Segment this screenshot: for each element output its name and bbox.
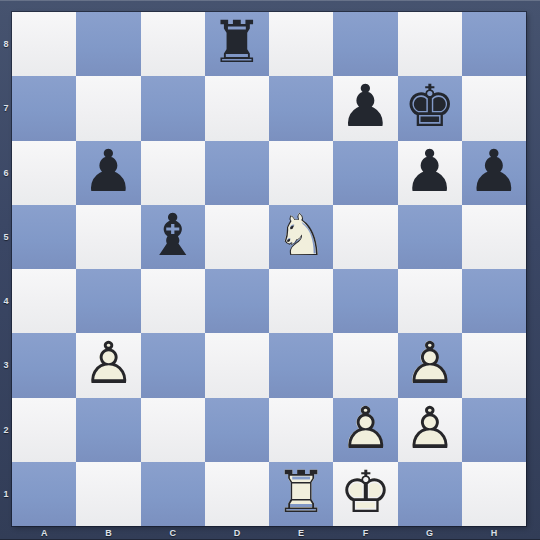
file-label: E bbox=[269, 526, 333, 540]
rank-label: 8 bbox=[0, 12, 12, 76]
square-e1[interactable]: ♜♖ bbox=[269, 462, 333, 526]
square-b4[interactable] bbox=[76, 269, 140, 333]
white-pawn-outline: ♙ bbox=[333, 396, 397, 460]
square-b1[interactable] bbox=[76, 462, 140, 526]
black-pawn[interactable]: ♟ bbox=[76, 141, 140, 205]
square-a1[interactable] bbox=[12, 462, 76, 526]
square-e4[interactable] bbox=[269, 269, 333, 333]
black-pawn-glyph: ♟ bbox=[333, 74, 397, 138]
square-a3[interactable] bbox=[12, 333, 76, 397]
square-e5[interactable]: ♞♘ bbox=[269, 205, 333, 269]
file-label: A bbox=[12, 526, 76, 540]
file-labels: A B C D E F G H bbox=[12, 526, 526, 540]
board-frame: 8 7 6 5 4 3 2 1 ♜♟♚♟♟♟♝♞♘♟♙♟♙♟♙♟♙♜♖♚♔ A … bbox=[0, 0, 540, 540]
square-f3[interactable] bbox=[333, 333, 397, 397]
white-knight[interactable]: ♞♘ bbox=[269, 205, 333, 269]
rank-label: 7 bbox=[0, 76, 12, 140]
rank-label: 3 bbox=[0, 333, 12, 397]
black-king[interactable]: ♚ bbox=[398, 76, 462, 140]
white-pawn-glyph: ♟ bbox=[76, 331, 140, 395]
square-a4[interactable] bbox=[12, 269, 76, 333]
square-a2[interactable] bbox=[12, 398, 76, 462]
square-h8[interactable] bbox=[462, 12, 526, 76]
black-king-glyph: ♚ bbox=[398, 74, 462, 138]
white-rook-outline: ♖ bbox=[269, 460, 333, 524]
black-pawn-glyph: ♟ bbox=[76, 139, 140, 203]
square-d1[interactable] bbox=[205, 462, 269, 526]
square-a7[interactable] bbox=[12, 76, 76, 140]
square-b7[interactable] bbox=[76, 76, 140, 140]
rank-label: 1 bbox=[0, 462, 12, 526]
rank-label: 6 bbox=[0, 141, 12, 205]
rank-label: 5 bbox=[0, 205, 12, 269]
square-e3[interactable] bbox=[269, 333, 333, 397]
black-pawn[interactable]: ♟ bbox=[398, 141, 462, 205]
square-d6[interactable] bbox=[205, 141, 269, 205]
white-pawn[interactable]: ♟♙ bbox=[333, 398, 397, 462]
square-g7[interactable]: ♚ bbox=[398, 76, 462, 140]
square-f8[interactable] bbox=[333, 12, 397, 76]
white-knight-outline: ♘ bbox=[269, 203, 333, 267]
square-f4[interactable] bbox=[333, 269, 397, 333]
square-f2[interactable]: ♟♙ bbox=[333, 398, 397, 462]
white-pawn-outline: ♙ bbox=[398, 331, 462, 395]
square-h7[interactable] bbox=[462, 76, 526, 140]
square-c7[interactable] bbox=[141, 76, 205, 140]
square-a5[interactable] bbox=[12, 205, 76, 269]
square-d5[interactable] bbox=[205, 205, 269, 269]
square-g1[interactable] bbox=[398, 462, 462, 526]
file-label: G bbox=[398, 526, 462, 540]
square-h2[interactable] bbox=[462, 398, 526, 462]
white-pawn-outline: ♙ bbox=[76, 331, 140, 395]
white-king-outline: ♔ bbox=[333, 460, 397, 524]
file-label: H bbox=[462, 526, 526, 540]
square-c8[interactable] bbox=[141, 12, 205, 76]
white-king[interactable]: ♚♔ bbox=[333, 462, 397, 526]
square-d7[interactable] bbox=[205, 76, 269, 140]
white-rook-glyph: ♜ bbox=[269, 460, 333, 524]
file-label: C bbox=[141, 526, 205, 540]
file-label: F bbox=[333, 526, 397, 540]
square-f1[interactable]: ♚♔ bbox=[333, 462, 397, 526]
square-f7[interactable]: ♟ bbox=[333, 76, 397, 140]
square-d2[interactable] bbox=[205, 398, 269, 462]
square-c5[interactable]: ♝ bbox=[141, 205, 205, 269]
rank-label: 2 bbox=[0, 398, 12, 462]
square-h1[interactable] bbox=[462, 462, 526, 526]
square-c3[interactable] bbox=[141, 333, 205, 397]
rank-label: 4 bbox=[0, 269, 12, 333]
black-bishop-glyph: ♝ bbox=[141, 203, 205, 267]
square-g8[interactable] bbox=[398, 12, 462, 76]
square-h5[interactable] bbox=[462, 205, 526, 269]
square-b8[interactable] bbox=[76, 12, 140, 76]
square-g2[interactable]: ♟♙ bbox=[398, 398, 462, 462]
file-label: B bbox=[76, 526, 140, 540]
square-f5[interactable] bbox=[333, 205, 397, 269]
square-c2[interactable] bbox=[141, 398, 205, 462]
white-pawn[interactable]: ♟♙ bbox=[398, 398, 462, 462]
square-g5[interactable] bbox=[398, 205, 462, 269]
square-c6[interactable] bbox=[141, 141, 205, 205]
black-pawn[interactable]: ♟ bbox=[333, 76, 397, 140]
black-pawn-glyph: ♟ bbox=[398, 139, 462, 203]
square-h6[interactable]: ♟ bbox=[462, 141, 526, 205]
square-g3[interactable]: ♟♙ bbox=[398, 333, 462, 397]
square-e2[interactable] bbox=[269, 398, 333, 462]
file-label: D bbox=[205, 526, 269, 540]
square-g4[interactable] bbox=[398, 269, 462, 333]
chess-board[interactable]: ♜♟♚♟♟♟♝♞♘♟♙♟♙♟♙♟♙♜♖♚♔ bbox=[12, 12, 526, 526]
square-e7[interactable] bbox=[269, 76, 333, 140]
square-c1[interactable] bbox=[141, 462, 205, 526]
black-pawn-glyph: ♟ bbox=[462, 139, 526, 203]
black-rook[interactable]: ♜ bbox=[205, 12, 269, 76]
white-rook[interactable]: ♜♖ bbox=[269, 462, 333, 526]
square-a6[interactable] bbox=[12, 141, 76, 205]
white-pawn-glyph: ♟ bbox=[398, 331, 462, 395]
white-knight-glyph: ♞ bbox=[269, 203, 333, 267]
black-rook-glyph: ♜ bbox=[205, 10, 269, 74]
square-c4[interactable] bbox=[141, 269, 205, 333]
white-pawn[interactable]: ♟♙ bbox=[76, 333, 140, 397]
white-pawn[interactable]: ♟♙ bbox=[398, 333, 462, 397]
square-b3[interactable]: ♟♙ bbox=[76, 333, 140, 397]
square-b6[interactable]: ♟ bbox=[76, 141, 140, 205]
white-king-glyph: ♚ bbox=[333, 460, 397, 524]
square-b5[interactable] bbox=[76, 205, 140, 269]
square-e6[interactable] bbox=[269, 141, 333, 205]
square-d4[interactable] bbox=[205, 269, 269, 333]
white-pawn-glyph: ♟ bbox=[333, 396, 397, 460]
white-pawn-outline: ♙ bbox=[398, 396, 462, 460]
square-a8[interactable] bbox=[12, 12, 76, 76]
square-d3[interactable] bbox=[205, 333, 269, 397]
square-b2[interactable] bbox=[76, 398, 140, 462]
square-d8[interactable]: ♜ bbox=[205, 12, 269, 76]
square-f6[interactable] bbox=[333, 141, 397, 205]
rank-labels: 8 7 6 5 4 3 2 1 bbox=[0, 12, 12, 526]
square-h3[interactable] bbox=[462, 333, 526, 397]
black-bishop[interactable]: ♝ bbox=[141, 205, 205, 269]
square-h4[interactable] bbox=[462, 269, 526, 333]
square-e8[interactable] bbox=[269, 12, 333, 76]
black-pawn[interactable]: ♟ bbox=[462, 141, 526, 205]
white-pawn-glyph: ♟ bbox=[398, 396, 462, 460]
square-g6[interactable]: ♟ bbox=[398, 141, 462, 205]
